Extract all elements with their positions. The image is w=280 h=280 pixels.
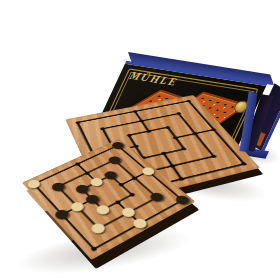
playing-board-surface: ●●●●●●●●●●●●●●●●● — [22, 139, 195, 260]
product-photo: MÜHLE — [0, 0, 280, 280]
playing-board: ●●●●●●●●●●●●●●●●● — [0, 110, 214, 280]
